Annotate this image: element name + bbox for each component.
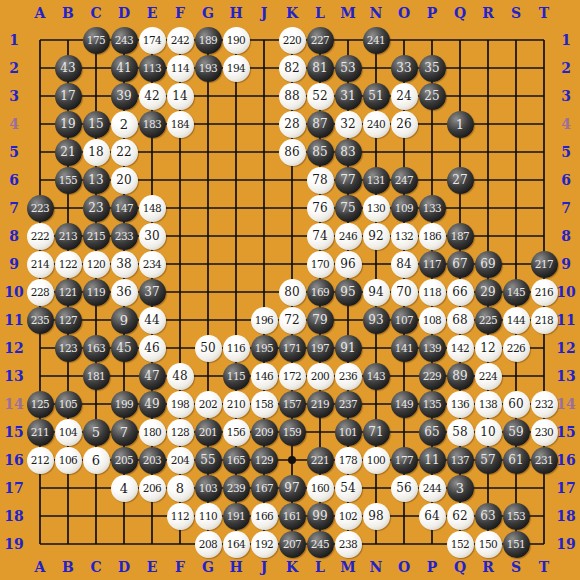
stone-H13: 115 [223,363,250,390]
move-number-149: 149 [395,398,414,410]
row-label-right-1: 1 [561,33,571,47]
move-number-59: 59 [508,425,523,439]
move-number-113: 113 [143,62,162,74]
stone-N4: 240 [363,111,390,138]
stone-B15: 104 [55,419,82,446]
move-number-159: 159 [283,426,302,438]
stone-E10: 37 [139,279,166,306]
move-number-199: 199 [115,398,134,410]
stone-K10: 80 [279,279,306,306]
row-label-right-13: 13 [556,369,575,383]
stone-A15: 211 [27,419,54,446]
move-number-164: 164 [227,538,246,550]
row-label-left-15: 15 [4,425,23,439]
stone-D17: 4 [111,475,138,502]
stone-Q16: 137 [447,447,474,474]
stone-M18: 102 [335,503,362,530]
move-number-12: 12 [480,341,495,355]
stone-G18: 110 [195,503,222,530]
stone-N3: 51 [363,83,390,110]
col-label-top-L: L [315,6,325,20]
stone-L1: 227 [307,27,334,54]
move-number-123: 123 [59,342,78,354]
stone-K1: 220 [279,27,306,54]
move-number-33: 33 [396,61,411,75]
col-label-top-J: J [261,6,268,20]
stone-S12: 226 [503,335,530,362]
stone-B6: 155 [55,167,82,194]
move-number-31: 31 [340,89,355,103]
stone-O7: 109 [391,195,418,222]
move-number-189: 189 [199,34,218,46]
move-number-21: 21 [60,145,75,159]
move-number-227: 227 [311,34,330,46]
move-number-205: 205 [115,454,134,466]
move-number-6: 6 [92,453,100,468]
move-number-51: 51 [368,89,383,103]
stone-P9: 117 [419,251,446,278]
row-label-right-11: 11 [556,313,575,327]
row-label-left-11: 11 [4,313,23,327]
col-label-top-G: G [202,6,214,20]
move-number-158: 158 [255,398,274,410]
stone-D15: 7 [111,419,138,446]
col-label-top-D: D [118,6,130,20]
stone-S16: 61 [503,447,530,474]
stone-K11: 72 [279,307,306,334]
col-label-bottom-M: M [340,560,356,574]
move-number-68: 68 [452,313,467,327]
move-number-112: 112 [171,510,190,522]
move-number-192: 192 [255,538,274,550]
stone-D1: 243 [111,27,138,54]
move-number-216: 216 [535,286,554,298]
stone-F17: 8 [167,475,194,502]
move-number-143: 143 [367,370,386,382]
move-number-86: 86 [284,145,299,159]
stone-E15: 180 [139,419,166,446]
move-number-132: 132 [395,230,414,242]
stone-R14: 138 [475,391,502,418]
col-label-bottom-Q: Q [454,560,466,574]
col-label-bottom-G: G [202,560,214,574]
stone-E16: 203 [139,447,166,474]
move-number-115: 115 [227,370,246,382]
stone-O8: 132 [391,223,418,250]
stone-M2: 53 [335,55,362,82]
move-number-116: 116 [227,342,246,354]
stone-K13: 172 [279,363,306,390]
stone-F2: 114 [167,55,194,82]
stone-N16: 100 [363,447,390,474]
move-number-165: 165 [227,454,246,466]
stone-J18: 166 [251,503,278,530]
move-number-232: 232 [535,398,554,410]
move-number-79: 79 [312,313,327,327]
move-number-138: 138 [479,398,498,410]
move-number-105: 105 [59,398,78,410]
move-number-37: 37 [144,285,159,299]
move-number-177: 177 [395,454,414,466]
stone-A9: 214 [27,251,54,278]
stone-Q4: 1 [447,111,474,138]
col-label-bottom-N: N [370,560,383,574]
col-label-top-T: T [539,6,549,20]
col-label-bottom-T: T [539,560,549,574]
move-number-240: 240 [367,118,386,130]
stone-R12: 12 [475,335,502,362]
move-number-230: 230 [535,426,554,438]
stone-K12: 171 [279,335,306,362]
stone-N7: 130 [363,195,390,222]
move-number-89: 89 [452,369,467,383]
row-label-right-5: 5 [561,145,571,159]
stone-G15: 201 [195,419,222,446]
row-label-right-19: 19 [556,537,575,551]
move-number-36: 36 [116,285,131,299]
stone-E1: 174 [139,27,166,54]
stone-grid: 1234567891011121314151718192021222324252… [26,26,558,558]
col-label-bottom-P: P [427,560,438,574]
stone-L13: 200 [307,363,334,390]
move-number-15: 15 [88,117,103,131]
move-number-46: 46 [144,341,159,355]
move-number-163: 163 [87,342,106,354]
move-number-136: 136 [451,398,470,410]
stone-E2: 113 [139,55,166,82]
move-number-223: 223 [31,202,50,214]
move-number-169: 169 [311,286,330,298]
move-number-231: 231 [535,454,554,466]
stone-Q14: 136 [447,391,474,418]
move-number-76: 76 [312,201,327,215]
move-number-133: 133 [423,202,442,214]
move-number-118: 118 [423,286,442,298]
move-number-52: 52 [312,89,327,103]
move-number-95: 95 [340,285,355,299]
stone-P13: 229 [419,363,446,390]
row-label-left-14: 14 [4,397,23,411]
move-number-144: 144 [507,314,526,326]
move-number-235: 235 [31,314,50,326]
stone-N13: 143 [363,363,390,390]
stone-F18: 112 [167,503,194,530]
move-number-41: 41 [116,61,131,75]
col-label-top-Q: Q [454,6,466,20]
move-number-97: 97 [284,481,299,495]
move-number-172: 172 [283,370,302,382]
stone-Q6: 27 [447,167,474,194]
stone-T15: 230 [531,419,558,446]
stone-E14: 49 [139,391,166,418]
move-number-9: 9 [120,313,128,328]
row-label-left-5: 5 [9,145,19,159]
stone-M12: 91 [335,335,362,362]
move-number-180: 180 [143,426,162,438]
move-number-195: 195 [255,342,274,354]
move-number-50: 50 [200,341,215,355]
stone-P14: 135 [419,391,446,418]
stone-O2: 33 [391,55,418,82]
col-label-top-S: S [511,6,521,20]
col-label-top-B: B [62,6,74,20]
move-number-198: 198 [171,398,190,410]
stone-C12: 163 [83,335,110,362]
move-number-63: 63 [480,509,495,523]
stone-D3: 39 [111,83,138,110]
move-number-65: 65 [424,425,439,439]
move-number-121: 121 [59,286,78,298]
stone-P7: 133 [419,195,446,222]
move-number-83: 83 [340,145,355,159]
stone-L8: 74 [307,223,334,250]
row-label-right-12: 12 [556,341,575,355]
move-number-39: 39 [116,89,131,103]
move-number-156: 156 [227,426,246,438]
stone-C5: 18 [83,139,110,166]
stone-K18: 161 [279,503,306,530]
move-number-244: 244 [423,482,442,494]
stone-L5: 85 [307,139,334,166]
move-number-130: 130 [367,202,386,214]
stone-J15: 209 [251,419,278,446]
stone-L6: 78 [307,167,334,194]
stone-F3: 14 [167,83,194,110]
row-label-right-7: 7 [561,201,571,215]
move-number-28: 28 [284,117,299,131]
move-number-196: 196 [255,314,274,326]
row-label-right-15: 15 [556,425,575,439]
stone-D5: 22 [111,139,138,166]
stone-O3: 24 [391,83,418,110]
stone-G17: 103 [195,475,222,502]
stone-O16: 177 [391,447,418,474]
move-number-214: 214 [31,258,50,270]
stone-Q10: 66 [447,279,474,306]
move-number-94: 94 [368,285,383,299]
row-label-left-2: 2 [9,61,19,75]
move-number-14: 14 [172,89,187,103]
row-label-left-17: 17 [4,481,23,495]
stone-Q17: 3 [447,475,474,502]
stone-A7: 223 [27,195,54,222]
move-number-122: 122 [59,258,78,270]
stone-F15: 128 [167,419,194,446]
stone-M19: 238 [335,531,362,558]
move-number-49: 49 [144,397,159,411]
stone-M4: 32 [335,111,362,138]
move-number-247: 247 [395,174,414,186]
stone-R13: 224 [475,363,502,390]
stone-B2: 43 [55,55,82,82]
move-number-108: 108 [423,314,442,326]
stone-D8: 233 [111,223,138,250]
stone-L14: 219 [307,391,334,418]
stone-E13: 47 [139,363,166,390]
move-number-135: 135 [423,398,442,410]
move-number-82: 82 [284,61,299,75]
row-label-left-8: 8 [9,229,19,243]
stone-P18: 64 [419,503,446,530]
move-number-202: 202 [199,398,218,410]
col-label-bottom-O: O [398,560,410,574]
stone-S11: 144 [503,307,530,334]
stone-Q18: 62 [447,503,474,530]
move-number-25: 25 [424,89,439,103]
stone-L2: 81 [307,55,334,82]
move-number-7: 7 [120,425,128,440]
stone-L11: 79 [307,307,334,334]
row-label-left-18: 18 [4,509,23,523]
move-number-211: 211 [31,426,50,438]
stone-F14: 198 [167,391,194,418]
stone-A10: 228 [27,279,54,306]
move-number-92: 92 [368,229,383,243]
move-number-91: 91 [340,341,355,355]
stone-M16: 178 [335,447,362,474]
stone-S19: 151 [503,531,530,558]
stone-D6: 20 [111,167,138,194]
row-label-right-6: 6 [561,173,571,187]
row-label-left-19: 19 [4,537,23,551]
move-number-239: 239 [227,482,246,494]
move-number-67: 67 [452,257,467,271]
move-number-127: 127 [59,314,78,326]
move-number-56: 56 [396,481,411,495]
col-label-bottom-J: J [261,560,268,574]
stone-F1: 242 [167,27,194,54]
stone-N8: 92 [363,223,390,250]
stone-S15: 59 [503,419,530,446]
stone-H14: 210 [223,391,250,418]
stone-B4: 19 [55,111,82,138]
move-number-238: 238 [339,538,358,550]
move-number-71: 71 [368,425,383,439]
move-number-43: 43 [60,61,75,75]
stone-O17: 56 [391,475,418,502]
stone-L16: 221 [307,447,334,474]
stone-M14: 237 [335,391,362,418]
move-number-145: 145 [507,286,526,298]
stone-B16: 106 [55,447,82,474]
stone-B10: 121 [55,279,82,306]
stone-K5: 86 [279,139,306,166]
move-number-161: 161 [283,510,302,522]
move-number-107: 107 [395,314,414,326]
move-number-11: 11 [424,453,439,467]
move-number-218: 218 [535,314,554,326]
move-number-234: 234 [143,258,162,270]
stone-N1: 241 [363,27,390,54]
row-label-left-1: 1 [9,33,19,47]
move-number-88: 88 [284,89,299,103]
stone-E3: 42 [139,83,166,110]
row-label-right-3: 3 [561,89,571,103]
stone-T9: 217 [531,251,558,278]
stone-E11: 44 [139,307,166,334]
stone-B11: 127 [55,307,82,334]
col-label-top-P: P [427,6,438,20]
move-number-55: 55 [200,453,215,467]
move-number-13: 13 [88,173,103,187]
move-number-72: 72 [284,313,299,327]
stone-D2: 41 [111,55,138,82]
move-number-117: 117 [423,258,442,270]
col-label-bottom-F: F [175,560,185,574]
stone-K17: 97 [279,475,306,502]
move-number-178: 178 [339,454,358,466]
move-number-20: 20 [116,173,131,187]
stone-K15: 159 [279,419,306,446]
stone-M13: 236 [335,363,362,390]
move-number-58: 58 [452,425,467,439]
stone-P11: 108 [419,307,446,334]
move-number-217: 217 [535,258,554,270]
stone-C15: 5 [83,419,110,446]
stone-Q11: 68 [447,307,474,334]
stone-C1: 175 [83,27,110,54]
move-number-30: 30 [144,229,159,243]
move-number-75: 75 [340,201,355,215]
stone-H17: 239 [223,475,250,502]
row-label-right-2: 2 [561,61,571,75]
stone-H2: 194 [223,55,250,82]
move-number-146: 146 [255,370,274,382]
move-number-233: 233 [115,230,134,242]
move-number-47: 47 [144,369,159,383]
move-number-26: 26 [396,117,411,131]
move-number-8: 8 [176,481,184,496]
col-label-bottom-S: S [511,560,521,574]
col-label-top-O: O [398,6,410,20]
move-number-200: 200 [311,370,330,382]
stone-E9: 234 [139,251,166,278]
move-number-208: 208 [199,538,218,550]
stone-N6: 131 [363,167,390,194]
col-label-top-N: N [370,6,383,20]
stone-C6: 13 [83,167,110,194]
move-number-191: 191 [227,510,246,522]
move-number-241: 241 [367,34,386,46]
move-number-125: 125 [31,398,50,410]
stone-Q8: 187 [447,223,474,250]
stone-D14: 199 [111,391,138,418]
stone-T11: 218 [531,307,558,334]
move-number-109: 109 [395,202,414,214]
row-label-left-9: 9 [9,257,19,271]
move-number-96: 96 [340,257,355,271]
move-number-103: 103 [199,482,218,494]
stone-F13: 48 [167,363,194,390]
stone-C13: 181 [83,363,110,390]
move-number-66: 66 [452,285,467,299]
stone-G12: 50 [195,335,222,362]
stone-J13: 146 [251,363,278,390]
move-number-210: 210 [227,398,246,410]
move-number-183: 183 [143,118,162,130]
stone-L9: 170 [307,251,334,278]
move-number-38: 38 [116,257,131,271]
move-number-157: 157 [283,398,302,410]
stone-F4: 184 [167,111,194,138]
stone-O6: 247 [391,167,418,194]
stone-D11: 9 [111,307,138,334]
stone-S18: 153 [503,503,530,530]
stone-T16: 231 [531,447,558,474]
move-number-219: 219 [311,398,330,410]
move-number-170: 170 [311,258,330,270]
move-number-236: 236 [339,370,358,382]
